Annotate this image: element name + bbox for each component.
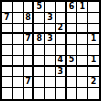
cell-r5c2-empty[interactable]: [13, 45, 24, 56]
cell-r3c5-empty[interactable]: [45, 24, 56, 35]
cell-r3c4-empty[interactable]: [34, 24, 45, 35]
cell-r2c8-empty[interactable]: [77, 13, 88, 24]
cell-r8c3-given[interactable]: 7: [24, 77, 35, 88]
cell-r8c8-empty[interactable]: [77, 77, 88, 88]
cell-r7c5-empty[interactable]: [45, 67, 56, 78]
cell-r1c9-empty[interactable]: [88, 2, 99, 13]
cell-r2c2-empty[interactable]: [13, 13, 24, 24]
cell-r4c2-empty[interactable]: [13, 34, 24, 45]
cell-r2c3-given[interactable]: 8: [24, 13, 35, 24]
cell-r7c2-empty[interactable]: [13, 67, 24, 78]
cell-r9c3-empty[interactable]: [24, 88, 35, 99]
cell-r6c2-empty[interactable]: [13, 56, 24, 67]
cell-r9c5-empty[interactable]: [45, 88, 56, 99]
cell-r4c6-empty[interactable]: [56, 34, 67, 45]
cell-r5c6-empty[interactable]: [56, 45, 67, 56]
cell-r3c2-empty[interactable]: [13, 24, 24, 35]
cell-r1c7-given[interactable]: 6: [67, 2, 78, 13]
cell-r3c3-empty[interactable]: [24, 24, 35, 35]
cell-r5c3-empty[interactable]: [24, 45, 35, 56]
cell-r7c6-given[interactable]: 3: [56, 67, 67, 78]
cell-r5c7-empty[interactable]: [67, 45, 78, 56]
cell-r9c2-empty[interactable]: [13, 88, 24, 99]
cell-r1c2-empty[interactable]: [13, 2, 24, 13]
cell-r1c6-empty[interactable]: [56, 2, 67, 13]
cell-r7c7-empty[interactable]: [67, 67, 78, 78]
cell-r1c3-empty[interactable]: [24, 2, 35, 13]
cell-r8c1-empty[interactable]: [2, 77, 13, 88]
cell-r9c9-given[interactable]: [88, 88, 99, 99]
cell-r1c5-empty[interactable]: [45, 2, 56, 13]
cell-r3c7-empty[interactable]: [67, 24, 78, 35]
cell-r3c6-given[interactable]: 2: [56, 24, 67, 35]
cell-r5c9-empty[interactable]: [88, 45, 99, 56]
cell-r2c4-empty[interactable]: [34, 13, 45, 24]
cell-r4c9-given[interactable]: 1: [88, 34, 99, 45]
cell-r2c1-given[interactable]: 7: [2, 13, 13, 24]
cell-r1c1-empty[interactable]: [2, 2, 13, 13]
cell-r5c1-empty[interactable]: [2, 45, 13, 56]
cell-r9c6-given[interactable]: [56, 88, 67, 99]
cell-r3c1-empty[interactable]: [2, 24, 13, 35]
cell-r6c3-empty[interactable]: [24, 56, 35, 67]
cell-r5c4-empty[interactable]: [34, 45, 45, 56]
cell-r8c4-empty[interactable]: [34, 77, 45, 88]
cell-r5c5-empty[interactable]: [45, 45, 56, 56]
cell-r7c4-empty[interactable]: [34, 67, 45, 78]
cell-r6c9-given[interactable]: 1: [88, 56, 99, 67]
cell-r8c6-empty[interactable]: [56, 77, 67, 88]
cell-r2c9-empty[interactable]: [88, 13, 99, 24]
cell-r2c5-given[interactable]: 3: [45, 13, 56, 24]
cell-r7c8-empty[interactable]: [77, 67, 88, 78]
cell-r1c8-given[interactable]: 1: [77, 2, 88, 13]
cell-r8c2-empty[interactable]: [13, 77, 24, 88]
cell-r8c9-given[interactable]: 2: [88, 77, 99, 88]
cell-r6c6-given[interactable]: 4: [56, 56, 67, 67]
cell-r9c1-empty[interactable]: [2, 88, 13, 99]
cell-r6c5-empty[interactable]: [45, 56, 56, 67]
cell-r4c8-empty[interactable]: [77, 34, 88, 45]
cell-r9c4-empty[interactable]: [34, 88, 45, 99]
cell-r9c7-given[interactable]: [67, 88, 78, 99]
cell-r7c9-empty[interactable]: [88, 67, 99, 78]
cell-r2c7-empty[interactable]: [67, 13, 78, 24]
cell-r8c7-empty[interactable]: [67, 77, 78, 88]
sudoku-board: 56178327831451372: [0, 0, 101, 101]
cell-r6c1-empty[interactable]: [2, 56, 13, 67]
cell-r6c8-empty[interactable]: [77, 56, 88, 67]
cell-r2c6-empty[interactable]: [56, 13, 67, 24]
cell-r8c5-empty[interactable]: [45, 77, 56, 88]
cell-r4c3-given[interactable]: 7: [24, 34, 35, 45]
cell-r4c4-given[interactable]: 8: [34, 34, 45, 45]
cell-r3c9-empty[interactable]: [88, 24, 99, 35]
cell-r9c8-given[interactable]: [77, 88, 88, 99]
cell-r4c1-empty[interactable]: [2, 34, 13, 45]
cell-r4c7-empty[interactable]: [67, 34, 78, 45]
cell-r4c5-given[interactable]: 3: [45, 34, 56, 45]
cell-r7c3-empty[interactable]: [24, 67, 35, 78]
cell-r1c4-given[interactable]: 5: [34, 2, 45, 13]
cell-r6c7-given[interactable]: 5: [67, 56, 78, 67]
cell-r5c8-empty[interactable]: [77, 45, 88, 56]
cell-r6c4-empty[interactable]: [34, 56, 45, 67]
cell-r7c1-empty[interactable]: [2, 67, 13, 78]
cell-r3c8-empty[interactable]: [77, 24, 88, 35]
